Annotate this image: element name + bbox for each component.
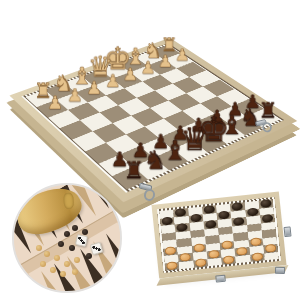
checkers-square: [250, 253, 265, 262]
checkers-square: [207, 257, 222, 266]
backgammon-checker-light: [40, 261, 46, 267]
checkers-inset: [151, 192, 286, 279]
metal-clasp-icon: [283, 226, 291, 237]
backgammon-checker-light: [36, 245, 42, 251]
backgammon-checker-dark: [72, 225, 78, 231]
white-pawn: ♟: [67, 87, 83, 103]
white-pawn: ♟: [123, 67, 138, 83]
backgammon-checker-dark: [58, 241, 64, 247]
metal-hinge-icon: [275, 267, 285, 274]
backgammon-checker-light: [74, 257, 80, 263]
decorative-dotted-border: ♜♞♝♛♚♝♞♜♟♟♟♟♟♟♟♟♟♟♟♟♟♟♟♟♜♞♝♛♚♝♞♜: [21, 43, 284, 192]
checkers-grid: [159, 199, 279, 271]
backgammon-checker-light: [60, 271, 66, 277]
backgammon-point: [12, 283, 41, 293]
backgammon-checker-light: [50, 267, 56, 273]
light-checker: [251, 252, 263, 261]
checkers-square: [264, 251, 279, 260]
black-knight: ♞: [144, 149, 167, 173]
white-pawn: ♟: [174, 48, 189, 63]
backgammon-checker-dark: [86, 253, 92, 259]
white-pawn: ♟: [47, 95, 63, 112]
white-pawn: ♟: [86, 80, 102, 96]
checkers-frame: [151, 192, 286, 279]
backgammon-checker-light: [72, 269, 78, 275]
chess-board-tilt: ♜♞♝♛♚♝♞♜♟♟♟♟♟♟♟♟♟♟♟♟♟♟♟♟♜♞♝♛♚♝♞♜: [9, 38, 297, 202]
backgammon-inset-circle: [12, 183, 122, 293]
checkers-square: [193, 259, 208, 268]
backgammon-checker-light: [44, 251, 50, 257]
black-rook: ♜: [124, 160, 145, 182]
backgammon-checker-light: [64, 261, 70, 267]
white-pawn: ♟: [158, 54, 173, 69]
backgammon-checker-dark: [64, 231, 70, 237]
white-pawn: ♟: [105, 74, 121, 90]
backgammon-checker-light: [54, 255, 60, 261]
chess-square: [124, 81, 155, 98]
die-icon: [75, 234, 88, 247]
board-frame: ♜♞♝♛♚♝♞♜♟♟♟♟♟♟♟♟♟♟♟♟♟♟♟♟♜♞♝♛♚♝♞♜: [9, 38, 297, 202]
backgammon-checker-dark: [69, 245, 75, 251]
chess-grid: ♜♞♝♛♚♝♞♜♟♟♟♟♟♟♟♟♟♟♟♟♟♟♟♟♜♞♝♛♚♝♞♜: [25, 45, 279, 190]
checkers-square: [179, 260, 194, 269]
product-photo: ♜♞♝♛♚♝♞♜♟♟♟♟♟♟♟♟♟♟♟♟♟♟♟♟♜♞♝♛♚♝♞♜: [0, 0, 300, 300]
backgammon-checker-dark: [82, 229, 88, 235]
checkers-square: [236, 254, 251, 263]
backgammon-point: [114, 223, 122, 265]
metal-hinge-icon: [216, 275, 227, 283]
checkers-square: [221, 256, 236, 265]
white-pawn: ♟: [140, 60, 155, 76]
checkers-dotted-border: [157, 197, 281, 273]
black-bishop: ♝: [163, 138, 188, 163]
light-checker: [166, 261, 178, 270]
metal-clasp-icon: [139, 184, 155, 200]
checkers-square: [165, 262, 180, 271]
light-checker: [223, 255, 235, 264]
light-checker: [195, 258, 207, 267]
